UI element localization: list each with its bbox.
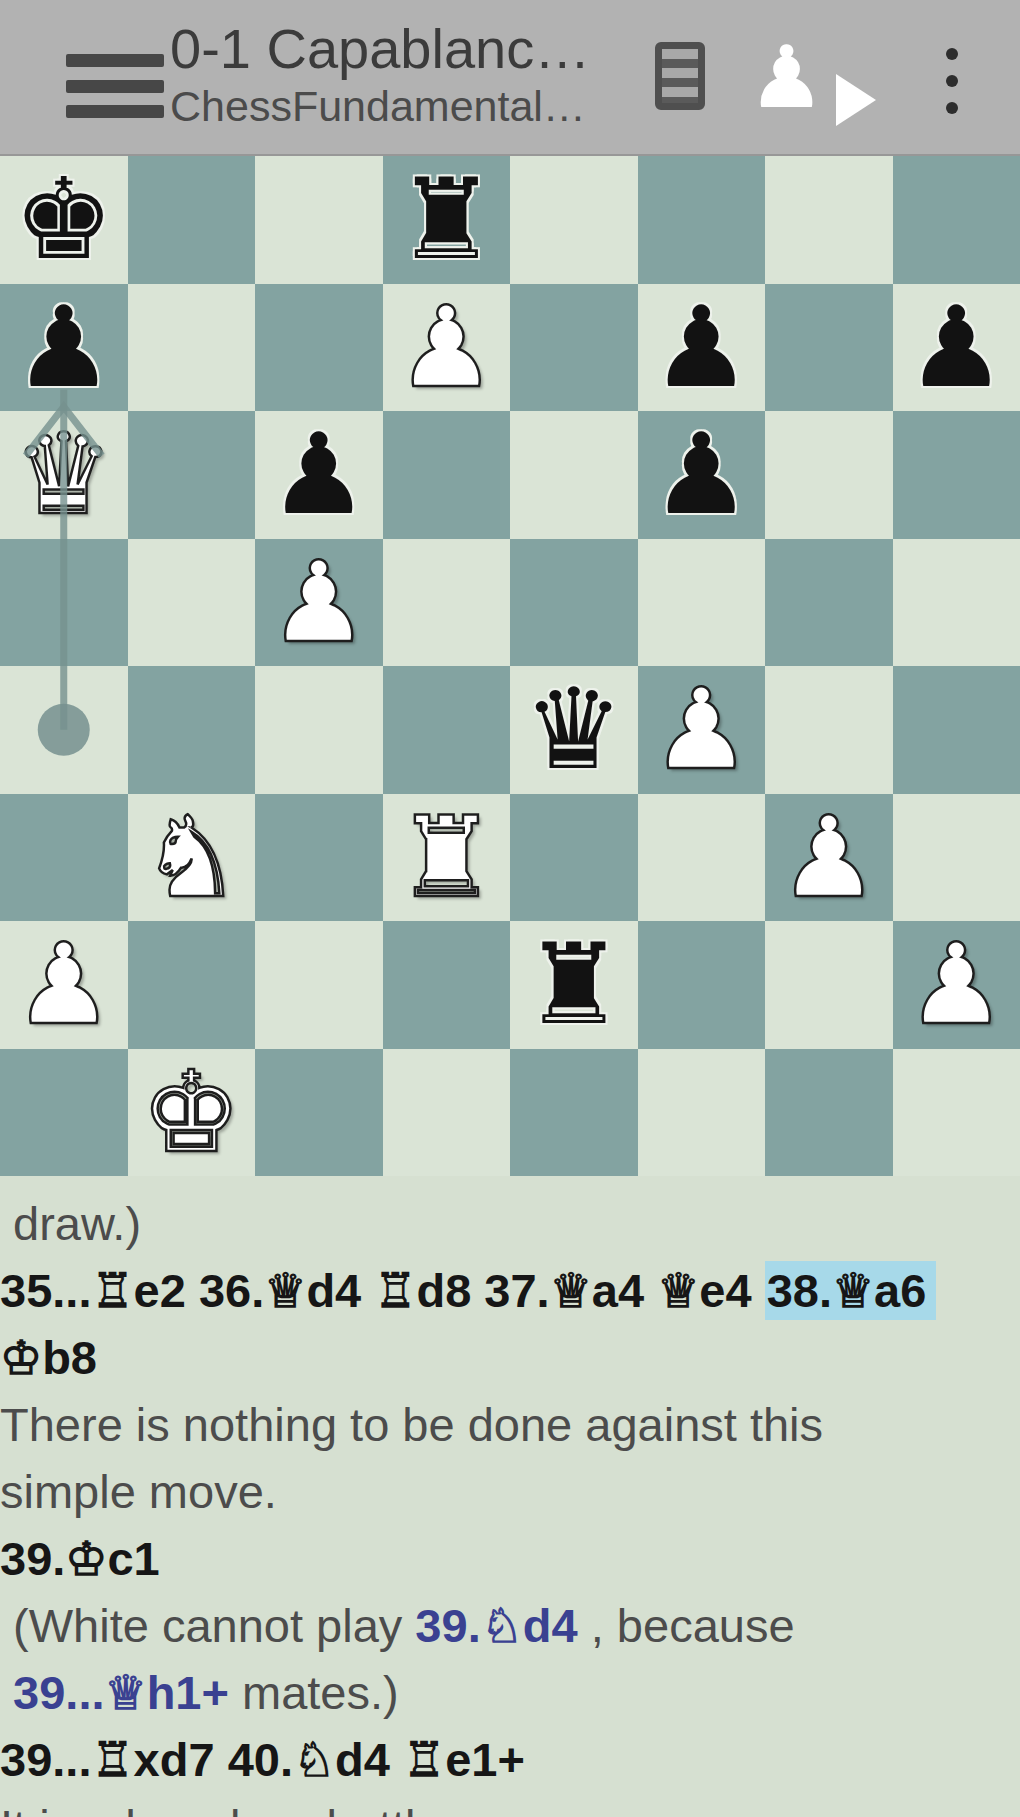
square-e8[interactable] [510, 156, 638, 284]
white-queen: ♛ [0, 411, 128, 537]
chess-pgn-viewer: 0-1 Capablanc… ChessFundamental… ♟ ♚♜♟♟♟… [0, 0, 1020, 1817]
play-triangle [836, 74, 876, 126]
square-g4[interactable] [765, 666, 893, 794]
square-g2[interactable] [765, 921, 893, 1049]
square-c5[interactable]: ♟ [255, 539, 383, 667]
square-g6[interactable] [765, 411, 893, 539]
black-king: ♚ [0, 156, 128, 282]
square-e5[interactable] [510, 539, 638, 667]
annotation-line: ♔b8 [0, 1324, 1020, 1391]
square-f8[interactable] [638, 156, 766, 284]
square-h4[interactable] [893, 666, 1020, 794]
move-text[interactable]: 39.♔c1 [0, 1532, 160, 1585]
square-d3[interactable]: ♜ [383, 794, 511, 922]
white-king: ♚ [128, 1049, 256, 1175]
square-f4[interactable]: ♟ [638, 666, 766, 794]
white-pawn: ♟ [638, 666, 766, 792]
variation-move[interactable]: 39...♕h1+ [0, 1666, 229, 1719]
move-text[interactable]: 39...♖xd7 40.♘d4 ♖e1+ [0, 1733, 525, 1786]
square-a6[interactable]: ♛ [0, 411, 128, 539]
square-f2[interactable] [638, 921, 766, 1049]
black-pawn: ♟ [893, 284, 1020, 410]
square-g1[interactable] [765, 1049, 893, 1177]
square-d1[interactable] [383, 1049, 511, 1177]
square-b8[interactable] [128, 156, 256, 284]
square-b2[interactable] [128, 921, 256, 1049]
square-h2[interactable]: ♟ [893, 921, 1020, 1049]
comment-text: , because [578, 1599, 795, 1652]
white-rook: ♜ [383, 794, 511, 920]
square-g7[interactable] [765, 284, 893, 412]
square-g5[interactable] [765, 539, 893, 667]
square-g3[interactable]: ♟ [765, 794, 893, 922]
annotation-line: 39.♔c1 [0, 1525, 1020, 1592]
comment-text: mates.) [229, 1666, 399, 1719]
black-pawn: ♟ [255, 411, 383, 537]
square-f3[interactable] [638, 794, 766, 922]
square-c2[interactable] [255, 921, 383, 1049]
current-move-highlight[interactable]: 38.♕a6 [765, 1261, 937, 1320]
square-h5[interactable] [893, 539, 1020, 667]
square-h6[interactable] [893, 411, 1020, 539]
black-rook: ♜ [383, 156, 511, 282]
annotation-line: It is a hopeless battle [0, 1793, 1020, 1817]
square-d8[interactable]: ♜ [383, 156, 511, 284]
pawn-play-icon[interactable]: ♟ [748, 28, 898, 138]
square-a3[interactable] [0, 794, 128, 922]
square-a2[interactable]: ♟ [0, 921, 128, 1049]
app-bar: 0-1 Capablanc… ChessFundamental… ♟ [0, 0, 1020, 156]
square-d5[interactable] [383, 539, 511, 667]
square-a8[interactable]: ♚ [0, 156, 128, 284]
page-title: 0-1 Capablanc… [170, 18, 610, 80]
square-h8[interactable] [893, 156, 1020, 284]
square-f6[interactable]: ♟ [638, 411, 766, 539]
white-pawn: ♟ [893, 921, 1020, 1047]
square-f5[interactable] [638, 539, 766, 667]
black-pawn: ♟ [638, 284, 766, 410]
variation-move[interactable]: 39.♘d4 [415, 1599, 577, 1652]
annotation-line: 39...♖xd7 40.♘d4 ♖e1+ [0, 1726, 1020, 1793]
white-pawn: ♟ [255, 539, 383, 665]
square-a1[interactable] [0, 1049, 128, 1177]
square-c4[interactable] [255, 666, 383, 794]
square-d4[interactable] [383, 666, 511, 794]
annotation-panel: draw.)35...♖e2 36.♕d4 ♖d8 37.♕a4 ♕e4 38.… [0, 1176, 1020, 1817]
square-c6[interactable]: ♟ [255, 411, 383, 539]
white-knight: ♞ [128, 794, 256, 920]
annotation-line: 39...♕h1+ mates.) [0, 1659, 1020, 1726]
square-g8[interactable] [765, 156, 893, 284]
move-text[interactable]: ♔b8 [0, 1331, 97, 1384]
square-b1[interactable]: ♚ [128, 1049, 256, 1177]
square-f7[interactable]: ♟ [638, 284, 766, 412]
black-pawn: ♟ [638, 411, 766, 537]
comment-text: It is a hopeless battle [0, 1800, 442, 1817]
square-a4[interactable] [0, 666, 128, 794]
annotation-line: (White cannot play 39.♘d4 , because [0, 1592, 1020, 1659]
square-h1[interactable] [893, 1049, 1020, 1177]
square-e3[interactable] [510, 794, 638, 922]
black-rook: ♜ [510, 921, 638, 1047]
more-vert-icon[interactable] [941, 48, 963, 114]
comment-text: draw.) [0, 1197, 141, 1250]
square-e1[interactable] [510, 1049, 638, 1177]
annotation-line: draw.) [0, 1190, 1020, 1257]
square-c1[interactable] [255, 1049, 383, 1177]
comment-text: simple move. [0, 1465, 277, 1518]
black-pawn: ♟ [0, 284, 128, 410]
square-h3[interactable] [893, 794, 1020, 922]
square-b3[interactable]: ♞ [128, 794, 256, 922]
black-queen: ♛ [510, 666, 638, 792]
square-e4[interactable]: ♛ [510, 666, 638, 794]
square-d2[interactable] [383, 921, 511, 1049]
square-c7[interactable] [255, 284, 383, 412]
white-pawn: ♟ [0, 921, 128, 1047]
chess-board: ♚♜♟♟♟♟♛♟♟♟♛♟♞♜♟♟♜♟♚ [0, 156, 1020, 1176]
pawn-glyph: ♟ [748, 22, 825, 132]
square-h7[interactable]: ♟ [893, 284, 1020, 412]
white-pawn: ♟ [765, 794, 893, 920]
square-e2[interactable]: ♜ [510, 921, 638, 1049]
square-a7[interactable]: ♟ [0, 284, 128, 412]
comment-text: There is nothing to be done against this [0, 1398, 823, 1451]
square-b5[interactable] [128, 539, 256, 667]
square-c8[interactable] [255, 156, 383, 284]
square-b6[interactable] [128, 411, 256, 539]
square-a5[interactable] [0, 539, 128, 667]
annotation-line: simple move. [0, 1458, 1020, 1525]
square-c3[interactable] [255, 794, 383, 922]
comment-text: (White cannot play [0, 1599, 415, 1652]
page-subtitle: ChessFundamental… [170, 80, 610, 132]
square-d7[interactable]: ♟ [383, 284, 511, 412]
annotation-line: There is nothing to be done against this [0, 1391, 1020, 1458]
notation-sheet-icon[interactable] [655, 42, 705, 110]
white-pawn: ♟ [383, 284, 511, 410]
title-block: 0-1 Capablanc… ChessFundamental… [170, 18, 610, 132]
square-b7[interactable] [128, 284, 256, 412]
square-b4[interactable] [128, 666, 256, 794]
square-e6[interactable] [510, 411, 638, 539]
hamburger-icon[interactable] [66, 54, 164, 118]
square-f1[interactable] [638, 1049, 766, 1177]
annotation-line: 35...♖e2 36.♕d4 ♖d8 37.♕a4 ♕e4 38.♕a6 [0, 1257, 1020, 1324]
move-text[interactable]: 35...♖e2 36.♕d4 ♖d8 37.♕a4 ♕e4 [0, 1264, 765, 1317]
square-e7[interactable] [510, 284, 638, 412]
square-d6[interactable] [383, 411, 511, 539]
